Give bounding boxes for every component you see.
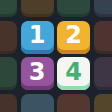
tile-r1c1-value-1[interactable]: 1 [21, 21, 54, 54]
tile-number: 3 [29, 60, 46, 88]
tile-r0c1-dormant[interactable] [21, 0, 54, 17]
tile-number: 2 [65, 23, 82, 51]
tile-r3c1-dormant[interactable] [21, 94, 54, 112]
tile-r0c2-dormant[interactable] [57, 0, 90, 17]
tile-r2c1-value-3[interactable]: 3 [21, 57, 54, 90]
tile-r1c0-dormant[interactable] [0, 21, 17, 54]
tile-r3c0-dormant[interactable] [0, 94, 17, 112]
tile-r2c2-value-4[interactable]: 4 [57, 57, 90, 90]
tile-r0c0-dormant[interactable] [0, 0, 17, 17]
tile-r1c3-dormant[interactable] [94, 21, 112, 54]
puzzle-viewport: 1234 [0, 0, 112, 112]
tile-number: 4 [65, 60, 82, 88]
tile-r2c0-dormant[interactable] [0, 57, 17, 90]
tile-r3c2-dormant[interactable] [57, 94, 90, 112]
tile-r1c2-value-2[interactable]: 2 [57, 21, 90, 54]
tile-r0c3-dormant[interactable] [94, 0, 112, 17]
tile-r2c3-dormant[interactable] [94, 57, 112, 90]
tile-number: 1 [29, 23, 46, 51]
game-board[interactable]: 1234 [0, 0, 112, 112]
tile-r3c3-dormant[interactable] [94, 94, 112, 112]
